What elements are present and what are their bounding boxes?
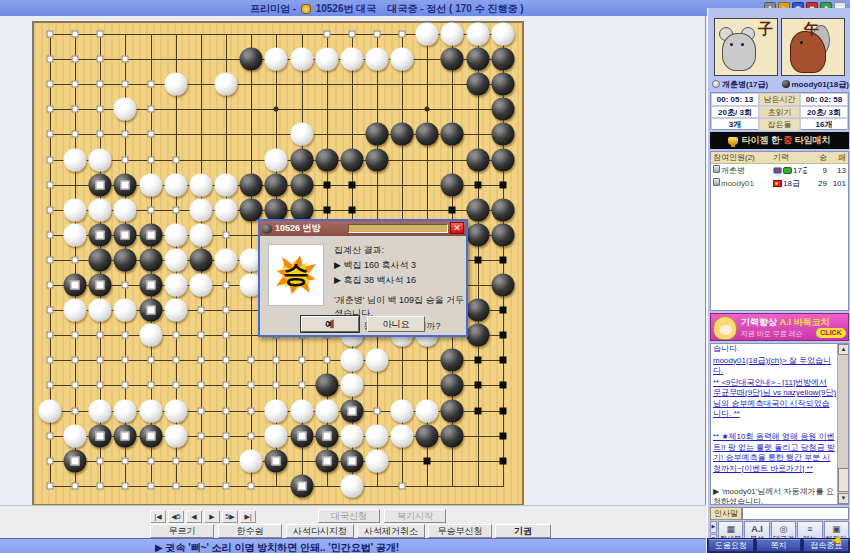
black-stone[interactable] <box>491 98 514 121</box>
black-stone[interactable] <box>491 198 514 221</box>
dead-stone-mark <box>121 431 130 440</box>
black-stone[interactable] <box>265 173 288 196</box>
white-territory-mark <box>323 31 330 38</box>
black-stone[interactable] <box>290 173 313 196</box>
white-stone[interactable] <box>215 73 238 96</box>
dialog-title: 10526 번방 <box>275 222 321 235</box>
board-action-button: 대국신청 <box>318 509 380 523</box>
white-stone[interactable] <box>189 173 212 196</box>
white-stone[interactable] <box>215 198 238 221</box>
captured-label: 잡은돌 <box>759 118 800 131</box>
black-stone[interactable] <box>491 48 514 71</box>
board-button-strip: |◀◀5◀▶5▶▶| 대국신청복기시작 무르기한수쉼사석다시지정사석제거취소무승… <box>0 505 706 538</box>
white-territory-mark <box>273 357 280 364</box>
white-stone[interactable] <box>164 223 187 246</box>
move-nav-buttons: |◀◀5◀▶5▶▶| <box>150 510 256 523</box>
title-status: 대국중 - 정선 ( 170 수 진행중 ) <box>387 3 523 14</box>
board-action-button[interactable]: 한수쉼 <box>218 524 282 538</box>
black-stone[interactable] <box>365 148 388 171</box>
white-territory-mark <box>72 357 79 364</box>
black-stone[interactable] <box>139 248 162 271</box>
chat-message <box>713 421 837 432</box>
black-stone[interactable] <box>466 198 489 221</box>
sidebar-bottom-bar: 도움요청쪽지접속종료☚ <box>707 538 850 553</box>
white-territory-mark <box>197 357 204 364</box>
white-stone[interactable] <box>89 399 112 422</box>
white-territory-mark <box>223 307 230 314</box>
black-territory-mark <box>474 181 481 188</box>
ad-character-icon <box>713 316 737 340</box>
black-stone[interactable] <box>466 223 489 246</box>
board-action-button[interactable]: 사석제거취소 <box>357 524 425 538</box>
white-territory-mark <box>147 156 154 163</box>
dead-stone-mark <box>322 456 331 465</box>
white-stone[interactable] <box>64 424 87 447</box>
white-stone[interactable] <box>391 48 414 71</box>
white-stone[interactable] <box>164 73 187 96</box>
toolbar-icon: ≡ <box>798 524 821 534</box>
white-territory-mark <box>248 432 255 439</box>
white-byoyomi: 20초/ 3회 <box>711 106 759 119</box>
byoyomi-label: 초읽기 <box>759 106 800 119</box>
white-territory-mark <box>72 106 79 113</box>
white-stone[interactable] <box>64 198 87 221</box>
ai-coach-ad-banner[interactable]: 기력향상 A.I 바둑코치 지금 바로 무료 레슨 CLICK <box>710 313 849 341</box>
white-territory-mark <box>122 282 129 289</box>
score-heading: 집계산 결과: <box>334 243 466 258</box>
toolbar-icon: ◎ <box>772 524 795 534</box>
hoshi-point <box>425 107 430 112</box>
black-stone[interactable] <box>441 349 464 372</box>
white-territory-mark <box>97 31 104 38</box>
white-territory-mark <box>47 81 54 88</box>
white-territory-mark <box>172 382 179 389</box>
white-territory-mark <box>72 407 79 414</box>
cn-flag-icon <box>773 180 782 187</box>
white-territory-mark <box>147 81 154 88</box>
white-stone[interactable] <box>164 248 187 271</box>
white-territory-mark <box>47 31 54 38</box>
white-territory-mark <box>47 457 54 464</box>
white-stone[interactable] <box>164 424 187 447</box>
chat-message: ** ★제10회 음력해 영해 음원 이벤트!! 팡 없는 룰렛 돌리고 당첨금… <box>713 432 837 474</box>
black-stone[interactable] <box>340 148 363 171</box>
dialog-progress-bar <box>348 224 448 233</box>
news-ticker[interactable]: ▶ 귓속 '삐~' 소리 이명 방치하면 안돼.. '민간요법' 공개! <box>0 538 706 553</box>
white-stone[interactable] <box>416 23 439 46</box>
white-stone[interactable] <box>114 399 137 422</box>
black-stone[interactable] <box>441 48 464 71</box>
gr-flag-icon <box>783 167 792 174</box>
white-territory-mark <box>97 56 104 63</box>
white-territory-mark <box>248 482 255 489</box>
nav-button[interactable]: ▶| <box>240 510 256 523</box>
white-stone[interactable] <box>265 48 288 71</box>
black-stone[interactable] <box>290 148 313 171</box>
white-territory-mark <box>147 457 154 464</box>
white-territory-mark <box>97 382 104 389</box>
scroll-down-icon[interactable]: ▼ <box>838 493 849 504</box>
white-territory-mark <box>47 56 54 63</box>
bottom-button-쪽지[interactable]: 쪽지 <box>756 539 802 552</box>
participants-header: 참여인원(2) 기력 승 패 <box>711 152 848 164</box>
bottom-button-도움요청[interactable]: 도움요청 <box>708 539 754 552</box>
dead-stone-mark <box>96 180 105 189</box>
white-stone[interactable] <box>466 23 489 46</box>
participant-row[interactable]: 개춘병17급913 <box>711 164 848 177</box>
black-stone[interactable] <box>466 148 489 171</box>
white-stone[interactable] <box>164 274 187 297</box>
dead-stone-mark <box>121 230 130 239</box>
white-captured: 3개 <box>711 118 759 131</box>
white-stone[interactable] <box>89 148 112 171</box>
white-territory-mark <box>197 407 204 414</box>
score-lines: 집계산 결과: ▶ 백집 160 흑사석 3 ▶ 흑집 38 백사석 16 <box>334 243 466 288</box>
dialog-titlebar[interactable]: 10526 번방 ✕ <box>260 221 466 236</box>
participant-row[interactable]: moody0118급29101 <box>711 177 848 190</box>
white-stone[interactable] <box>164 173 187 196</box>
white-territory-mark <box>223 457 230 464</box>
white-territory-mark <box>373 407 380 414</box>
board-action-button[interactable]: 기권 <box>495 524 551 538</box>
nav-button[interactable]: 5▶ <box>222 510 238 523</box>
white-territory-mark <box>197 382 204 389</box>
white-territory-mark <box>298 357 305 364</box>
chat-scrollbar[interactable]: ▲ ▼ <box>837 344 848 504</box>
white-territory-mark <box>47 282 54 289</box>
dead-stone-mark <box>297 431 306 440</box>
white-territory-mark <box>97 81 104 88</box>
nav-button[interactable]: ◀ <box>186 510 202 523</box>
dead-stone-mark <box>347 456 356 465</box>
black-territory-mark <box>348 206 355 213</box>
black-stone[interactable] <box>315 374 338 397</box>
white-territory-mark <box>97 131 104 138</box>
window-title: 프리미엄 - 10526번 대국 대국중 - 정선 ( 170 수 진행중 ) <box>250 2 524 16</box>
chat-box[interactable]: 습니다.moody01(18급)(ch)> 잘 두었습니다.** <9단대국안내… <box>710 343 849 505</box>
black-stone[interactable] <box>441 374 464 397</box>
black-byoyomi: 20초/ 3회 <box>800 106 848 119</box>
black-player-avatar: 午 <box>781 18 845 76</box>
ad-subline: 지금 바로 무료 레슨 <box>741 329 803 339</box>
white-territory-mark <box>223 231 230 238</box>
white-territory-mark <box>47 131 54 138</box>
scroll-thumb[interactable] <box>838 468 849 492</box>
black-stone[interactable] <box>491 73 514 96</box>
white-territory-mark <box>122 332 129 339</box>
black-stone[interactable] <box>240 48 263 71</box>
rank-medal-icon <box>713 165 720 173</box>
board-action-button[interactable]: 무승부신청 <box>428 524 492 538</box>
white-stone[interactable] <box>315 399 338 422</box>
nav-button[interactable]: ▶ <box>204 510 220 523</box>
black-territory-mark <box>348 181 355 188</box>
black-territory-mark <box>449 206 456 213</box>
white-stone[interactable] <box>391 399 414 422</box>
chat-input[interactable] <box>742 507 849 520</box>
white-territory-mark <box>47 432 54 439</box>
chat-message: 습니다. <box>713 344 837 355</box>
white-territory-mark <box>97 357 104 364</box>
black-territory-mark <box>499 382 506 389</box>
black-stone[interactable] <box>240 198 263 221</box>
nav-button[interactable]: |◀ <box>150 510 166 523</box>
black-stone[interactable] <box>466 48 489 71</box>
dead-stone-mark <box>272 456 281 465</box>
white-territory-mark <box>172 482 179 489</box>
white-territory-mark <box>122 382 129 389</box>
zodiac-rat-character: 子 <box>758 20 773 39</box>
black-stone[interactable] <box>315 148 338 171</box>
white-stone[interactable] <box>340 424 363 447</box>
dead-stone-mark <box>71 281 80 290</box>
black-territory-mark <box>424 457 431 464</box>
white-stone[interactable] <box>340 349 363 372</box>
white-territory-mark <box>47 206 54 213</box>
white-stone[interactable] <box>340 48 363 71</box>
white-stone[interactable] <box>64 299 87 322</box>
dead-stone-mark <box>121 180 130 189</box>
white-territory-mark <box>373 31 380 38</box>
no-button[interactable]: 아니요 <box>367 316 425 332</box>
white-stone[interactable] <box>39 399 62 422</box>
board-action-button[interactable]: 무르기 <box>150 524 214 538</box>
white-territory-mark <box>72 131 79 138</box>
trophy-icon <box>728 137 738 145</box>
black-territory-mark <box>474 382 481 389</box>
white-territory-mark <box>172 357 179 364</box>
white-territory-mark <box>122 482 129 489</box>
black-stone[interactable] <box>491 148 514 171</box>
greeting-label: 인사말 <box>710 507 742 520</box>
white-stone[interactable] <box>164 399 187 422</box>
win-graphic: 승 <box>268 244 324 306</box>
white-territory-mark <box>72 31 79 38</box>
dead-stone-mark <box>96 230 105 239</box>
black-stone[interactable] <box>491 274 514 297</box>
white-territory-mark <box>223 482 230 489</box>
white-territory-mark <box>72 482 79 489</box>
white-territory-mark <box>323 357 330 364</box>
score-white: ▶ 백집 160 흑사석 3 <box>334 258 466 273</box>
dead-stone-mark <box>146 431 155 440</box>
white-stone[interactable] <box>265 148 288 171</box>
white-territory-mark <box>97 482 104 489</box>
score-black: ▶ 흑집 38 백사석 16 <box>334 273 466 288</box>
white-stone[interactable] <box>290 123 313 146</box>
white-territory-mark <box>72 81 79 88</box>
white-stone[interactable] <box>365 449 388 472</box>
white-stone[interactable] <box>340 474 363 497</box>
white-stone[interactable] <box>340 374 363 397</box>
white-territory-mark <box>248 382 255 389</box>
white-territory-mark <box>97 106 104 113</box>
white-territory-mark <box>47 181 54 188</box>
black-stone[interactable] <box>416 424 439 447</box>
white-stone[interactable] <box>290 48 313 71</box>
scroll-up-icon[interactable]: ▲ <box>838 344 849 355</box>
black-territory-mark <box>474 256 481 263</box>
black-stone[interactable] <box>441 399 464 422</box>
dialog-body: 승 집계산 결과: ▶ 백집 160 흑사석 3 ▶ 흑집 38 백사석 16 … <box>260 236 466 337</box>
white-territory-mark <box>122 357 129 364</box>
white-stone[interactable] <box>164 299 187 322</box>
white-stone[interactable] <box>265 399 288 422</box>
dead-stone-mark <box>347 406 356 415</box>
white-stone[interactable] <box>215 173 238 196</box>
white-territory-mark <box>172 206 179 213</box>
white-territory-mark <box>197 307 204 314</box>
black-territory-mark <box>323 206 330 213</box>
white-territory-mark <box>223 357 230 364</box>
white-stone[interactable] <box>391 424 414 447</box>
white-stone[interactable] <box>365 48 388 71</box>
white-territory-mark <box>47 231 54 238</box>
white-territory-mark <box>147 106 154 113</box>
white-stone[interactable] <box>139 324 162 347</box>
title-prefix: 프리미엄 - <box>250 3 296 14</box>
chat-message: ** <9단대국안내> - [11]번방에서 무균무때(9단)님 vs nazy… <box>713 378 837 420</box>
white-stone[interactable] <box>189 223 212 246</box>
white-territory-mark <box>47 156 54 163</box>
black-territory-mark <box>499 181 506 188</box>
board-action-button[interactable]: 사석다시지정 <box>286 524 354 538</box>
chat-message <box>713 475 837 486</box>
dead-stone-mark <box>96 281 105 290</box>
win-character: 승 <box>283 257 309 292</box>
white-stone[interactable] <box>265 424 288 447</box>
white-territory-mark <box>223 407 230 414</box>
white-stone[interactable] <box>315 48 338 71</box>
black-stone[interactable] <box>491 123 514 146</box>
black-stone[interactable] <box>365 123 388 146</box>
black-stone[interactable] <box>89 248 112 271</box>
white-territory-mark <box>197 432 204 439</box>
white-territory-mark <box>147 357 154 364</box>
black-stone[interactable] <box>114 248 137 271</box>
white-territory-mark <box>47 357 54 364</box>
white-territory-mark <box>47 382 54 389</box>
white-territory-mark <box>248 357 255 364</box>
white-stone[interactable] <box>290 399 313 422</box>
white-territory-mark <box>72 256 79 263</box>
white-stone[interactable] <box>64 223 87 246</box>
white-territory-mark <box>72 332 79 339</box>
event-banner[interactable]: 타이젬 한·중 타임매치 <box>710 132 849 149</box>
white-stone[interactable] <box>441 23 464 46</box>
white-stone[interactable] <box>215 248 238 271</box>
white-stone[interactable] <box>114 198 137 221</box>
white-stone[interactable] <box>491 23 514 46</box>
white-territory-mark <box>147 206 154 213</box>
white-stone[interactable] <box>189 274 212 297</box>
white-stone[interactable] <box>365 424 388 447</box>
nav-button[interactable]: ◀5 <box>168 510 184 523</box>
dead-stone-mark <box>322 431 331 440</box>
white-territory-mark <box>197 457 204 464</box>
white-territory-mark <box>122 56 129 63</box>
black-territory-mark <box>499 432 506 439</box>
black-stone[interactable] <box>441 424 464 447</box>
black-territory-mark <box>499 407 506 414</box>
dead-stone-mark <box>71 456 80 465</box>
white-territory-mark <box>223 332 230 339</box>
white-stone[interactable] <box>365 349 388 372</box>
dialog-close-button[interactable]: ✕ <box>450 222 464 234</box>
white-territory-mark <box>147 131 154 138</box>
white-territory-mark <box>223 432 230 439</box>
black-territory-mark <box>499 256 506 263</box>
white-player-name: 개춘병(17급) <box>710 78 780 90</box>
black-stone[interactable] <box>491 223 514 246</box>
black-stone[interactable] <box>466 299 489 322</box>
white-territory-mark <box>72 382 79 389</box>
white-stone[interactable] <box>114 299 137 322</box>
news-ticker-text: ▶ 귓속 '삐~' 소리 이명 방치하면 안돼.. '민간요법' 공개! <box>155 541 399 553</box>
board-action-button: 복기시작 <box>384 509 446 523</box>
white-stone[interactable] <box>139 399 162 422</box>
black-territory-mark <box>499 332 506 339</box>
black-stone[interactable] <box>441 123 464 146</box>
black-stone[interactable] <box>265 198 288 221</box>
rank-medal-icon <box>713 178 720 186</box>
white-stone[interactable] <box>89 198 112 221</box>
toolbar-icon: ▦ <box>719 524 742 534</box>
black-stone[interactable] <box>441 173 464 196</box>
white-stone[interactable] <box>114 98 137 121</box>
white-territory-mark <box>172 156 179 163</box>
black-territory-mark <box>323 181 330 188</box>
black-stone[interactable] <box>466 73 489 96</box>
white-territory-mark <box>47 332 54 339</box>
dead-stone-mark <box>146 230 155 239</box>
chat-message: ▶ 'moody01'님께서 자동계가를 요청하셨습니다. <box>713 487 837 506</box>
black-stone[interactable] <box>416 123 439 146</box>
white-stone[interactable] <box>89 299 112 322</box>
yes-button[interactable]: 예 <box>301 316 359 332</box>
white-territory-mark <box>47 256 54 263</box>
black-stone[interactable] <box>290 198 313 221</box>
black-stone[interactable] <box>240 173 263 196</box>
white-time: 00: 05: 13 <box>711 93 759 106</box>
white-stone[interactable] <box>416 399 439 422</box>
dead-stone-mark <box>297 481 306 490</box>
white-territory-mark <box>147 482 154 489</box>
white-territory-mark <box>122 457 129 464</box>
black-stone-icon <box>782 80 790 88</box>
white-territory-mark <box>172 457 179 464</box>
sidebar: 子 午 개춘병(17급) moody01(18급) 00: 05: 13 남은시… <box>707 8 850 538</box>
white-stone[interactable] <box>64 148 87 171</box>
black-stone[interactable] <box>466 324 489 347</box>
white-territory-mark <box>47 307 54 314</box>
black-stone[interactable] <box>391 123 414 146</box>
trophy-badge-icon <box>301 4 311 14</box>
ad-click-button[interactable]: CLICK <box>816 328 846 338</box>
white-territory-mark <box>72 56 79 63</box>
white-stone[interactable] <box>139 173 162 196</box>
white-territory-mark <box>223 282 230 289</box>
black-captured: 16개 <box>800 118 848 131</box>
participants-list[interactable]: 참여인원(2) 기력 승 패 개춘병17급913moody0118급29101 <box>710 151 849 311</box>
white-territory-mark <box>248 407 255 414</box>
white-territory-mark <box>122 156 129 163</box>
black-stone[interactable] <box>189 248 212 271</box>
white-stone[interactable] <box>240 449 263 472</box>
white-stone[interactable] <box>189 198 212 221</box>
white-territory-mark <box>47 106 54 113</box>
white-territory-mark <box>172 332 179 339</box>
